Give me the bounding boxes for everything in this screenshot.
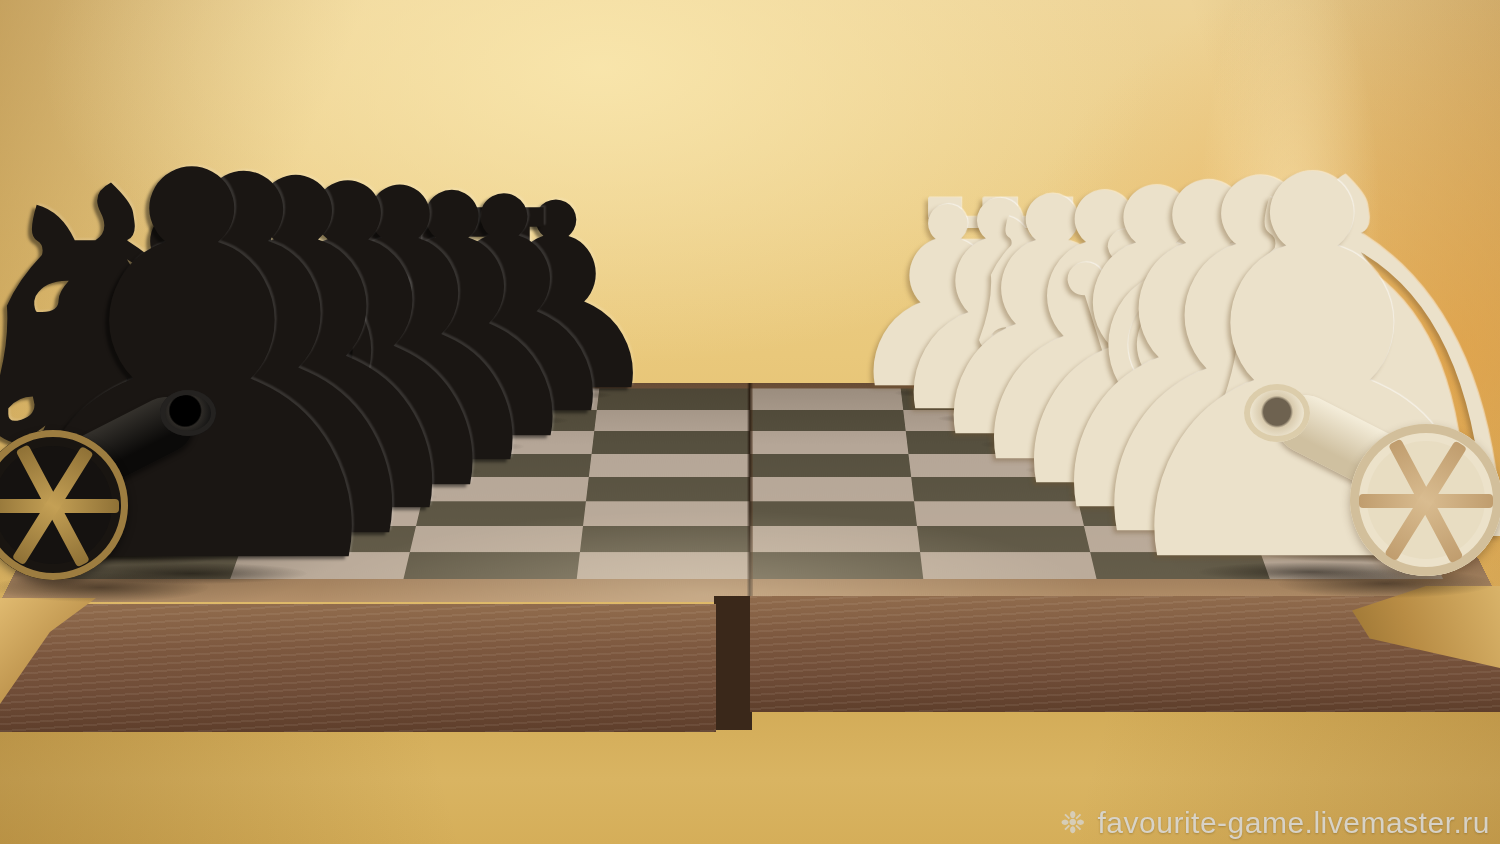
- square-a3: [901, 388, 1057, 409]
- board-front-edge-left: [0, 604, 716, 732]
- square-g4: [750, 526, 920, 552]
- square-b1: [1210, 410, 1373, 432]
- square-a1: [1202, 388, 1363, 409]
- square-e1: [1234, 477, 1407, 501]
- square-b7: [283, 410, 444, 432]
- square-h6: [403, 552, 579, 579]
- square-c7: [275, 431, 439, 453]
- square-e6: [422, 477, 589, 501]
- square-e3: [911, 477, 1078, 501]
- square-h7: [230, 552, 410, 579]
- board-fold-seam: [747, 383, 753, 602]
- square-c3: [906, 431, 1067, 453]
- square-h4: [750, 552, 923, 579]
- square-d1: [1225, 454, 1394, 477]
- square-e7: [258, 477, 428, 501]
- square-c2: [1062, 431, 1226, 453]
- square-c6: [433, 431, 594, 453]
- square-g3: [917, 526, 1090, 552]
- square-d4: [750, 454, 911, 477]
- square-h8: [57, 552, 240, 579]
- square-a4: [750, 388, 903, 409]
- square-f1: [1242, 501, 1418, 526]
- square-c8: [116, 431, 282, 453]
- chess-board: [0, 383, 1500, 602]
- square-b6: [438, 410, 596, 432]
- square-b3: [903, 410, 1061, 432]
- square-c1: [1217, 431, 1383, 453]
- square-e2: [1072, 477, 1242, 501]
- square-g7: [240, 526, 416, 552]
- front-edge-fold-gap: [714, 596, 752, 730]
- square-d7: [266, 454, 433, 477]
- square-d5: [589, 454, 750, 477]
- square-b2: [1056, 410, 1217, 432]
- square-a6: [444, 388, 600, 409]
- square-a7: [290, 388, 448, 409]
- square-e4: [750, 477, 914, 501]
- square-b8: [127, 410, 290, 432]
- square-b4: [750, 410, 906, 432]
- square-e5: [586, 477, 750, 501]
- square-h2: [1090, 552, 1270, 579]
- square-g1: [1251, 526, 1430, 552]
- square-d8: [105, 454, 274, 477]
- square-f2: [1078, 501, 1251, 526]
- square-a5: [597, 388, 750, 409]
- square-b5: [594, 410, 750, 432]
- square-f4: [750, 501, 917, 526]
- square-g5: [580, 526, 750, 552]
- square-d3: [908, 454, 1072, 477]
- square-e8: [94, 477, 267, 501]
- square-c5: [592, 431, 750, 453]
- square-a2: [1051, 388, 1209, 409]
- square-h5: [577, 552, 750, 579]
- rosette-icon: ❉: [1060, 808, 1085, 838]
- square-a8: [137, 388, 298, 409]
- watermark-text: favourite-game.livemaster.ru: [1098, 808, 1491, 838]
- square-f6: [416, 501, 586, 526]
- square-c4: [750, 431, 908, 453]
- photo-scene: ♜♟♟♜♟♞♟♞♟♟♝♝♟♟♛♛♟♟♚♚♟♟♝♝♟♟♞♞♟♟ ❉ favouri…: [0, 0, 1500, 844]
- square-h3: [920, 552, 1096, 579]
- square-f8: [82, 501, 258, 526]
- square-g8: [70, 526, 249, 552]
- square-d6: [428, 454, 592, 477]
- square-f5: [583, 501, 750, 526]
- square-g6: [410, 526, 583, 552]
- square-f7: [249, 501, 422, 526]
- watermark: ❉ favourite-game.livemaster.ru: [1060, 808, 1490, 838]
- square-h1: [1260, 552, 1443, 579]
- square-f3: [914, 501, 1084, 526]
- square-g2: [1084, 526, 1260, 552]
- square-d2: [1067, 454, 1234, 477]
